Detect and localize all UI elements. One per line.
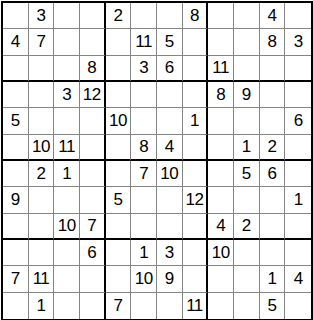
- cell-r10c4[interactable]: 6: [80, 240, 106, 266]
- cell-r2c2[interactable]: 7: [29, 29, 55, 55]
- cell-r12c5[interactable]: 7: [106, 293, 132, 319]
- cell-r6c3[interactable]: 11: [54, 135, 80, 161]
- cell-r5c9[interactable]: [208, 108, 234, 134]
- cell-r1c11[interactable]: 4: [260, 3, 286, 29]
- cell-r5c2[interactable]: [29, 108, 55, 134]
- cell-r7c7[interactable]: 10: [157, 161, 183, 187]
- cell-r7c10[interactable]: 5: [234, 161, 260, 187]
- cell-r12c4[interactable]: [80, 293, 106, 319]
- cell-r3c9[interactable]: 11: [208, 56, 234, 82]
- cell-r10c2[interactable]: [29, 240, 55, 266]
- cell-r4c9[interactable]: 8: [208, 82, 234, 108]
- cell-r10c11[interactable]: [260, 240, 286, 266]
- cell-r4c11[interactable]: [260, 82, 286, 108]
- cell-r9c3[interactable]: 10: [54, 214, 80, 240]
- cell-r1c8[interactable]: 8: [183, 3, 209, 29]
- sudoku-board: 3284471158383611312895101610118412217105…: [1, 1, 313, 320]
- cell-r9c10[interactable]: 2: [234, 214, 260, 240]
- cell-r5c11[interactable]: [260, 108, 286, 134]
- cell-r9c7[interactable]: [157, 214, 183, 240]
- cell-r12c10[interactable]: [234, 293, 260, 319]
- cell-r10c6[interactable]: 1: [131, 240, 157, 266]
- cell-r8c1[interactable]: 9: [3, 187, 29, 213]
- cell-r5c10[interactable]: [234, 108, 260, 134]
- cell-r3c4[interactable]: 8: [80, 56, 106, 82]
- cell-r5c7[interactable]: [157, 108, 183, 134]
- cell-r2c12[interactable]: 3: [285, 29, 311, 55]
- cell-r5c1[interactable]: 5: [3, 108, 29, 134]
- cell-r9c9[interactable]: 4: [208, 214, 234, 240]
- cell-r7c3[interactable]: 1: [54, 161, 80, 187]
- cell-r10c8[interactable]: [183, 240, 209, 266]
- cell-r11c2[interactable]: 11: [29, 266, 55, 292]
- cell-r7c11[interactable]: 6: [260, 161, 286, 187]
- cell-r11c10[interactable]: [234, 266, 260, 292]
- cell-r12c2[interactable]: 1: [29, 293, 55, 319]
- cell-r6c11[interactable]: 2: [260, 135, 286, 161]
- cell-r11c5[interactable]: [106, 266, 132, 292]
- cell-r12c11[interactable]: 5: [260, 293, 286, 319]
- cell-r6c6[interactable]: 8: [131, 135, 157, 161]
- cell-r7c2[interactable]: 2: [29, 161, 55, 187]
- cell-r9c1[interactable]: [3, 214, 29, 240]
- cell-r3c8[interactable]: [183, 56, 209, 82]
- cell-r4c2[interactable]: [29, 82, 55, 108]
- cell-r2c11[interactable]: 8: [260, 29, 286, 55]
- cell-r10c12[interactable]: [285, 240, 311, 266]
- cell-r1c9[interactable]: [208, 3, 234, 29]
- cell-r1c2[interactable]: 3: [29, 3, 55, 29]
- cell-r2c7[interactable]: 5: [157, 29, 183, 55]
- cell-r6c2[interactable]: 10: [29, 135, 55, 161]
- cell-r3c5[interactable]: [106, 56, 132, 82]
- cell-r7c1[interactable]: [3, 161, 29, 187]
- cell-r10c1[interactable]: [3, 240, 29, 266]
- cell-r4c8[interactable]: [183, 82, 209, 108]
- cell-r9c2[interactable]: [29, 214, 55, 240]
- cell-r6c7[interactable]: 4: [157, 135, 183, 161]
- cell-r3c7[interactable]: 6: [157, 56, 183, 82]
- cell-r8c9[interactable]: [208, 187, 234, 213]
- cell-r4c12[interactable]: [285, 82, 311, 108]
- cell-r1c6[interactable]: [131, 3, 157, 29]
- cell-r5c5[interactable]: 10: [106, 108, 132, 134]
- cell-r7c8[interactable]: [183, 161, 209, 187]
- cell-r1c4[interactable]: [80, 3, 106, 29]
- cell-r3c3[interactable]: [54, 56, 80, 82]
- cell-r4c7[interactable]: [157, 82, 183, 108]
- cell-r12c12[interactable]: [285, 293, 311, 319]
- cell-r7c6[interactable]: 7: [131, 161, 157, 187]
- cell-r11c4[interactable]: [80, 266, 106, 292]
- cell-r6c9[interactable]: [208, 135, 234, 161]
- cell-r1c10[interactable]: [234, 3, 260, 29]
- cell-r9c12[interactable]: [285, 214, 311, 240]
- cell-r8c4[interactable]: [80, 187, 106, 213]
- cell-r12c7[interactable]: [157, 293, 183, 319]
- cell-r10c7[interactable]: 3: [157, 240, 183, 266]
- cell-r2c6[interactable]: 11: [131, 29, 157, 55]
- cell-r9c5[interactable]: [106, 214, 132, 240]
- cell-r6c10[interactable]: 1: [234, 135, 260, 161]
- cell-r9c6[interactable]: [131, 214, 157, 240]
- cell-r11c7[interactable]: 9: [157, 266, 183, 292]
- cell-r7c5[interactable]: [106, 161, 132, 187]
- cell-r12c8[interactable]: 11: [183, 293, 209, 319]
- cell-r6c8[interactable]: [183, 135, 209, 161]
- cell-r9c8[interactable]: [183, 214, 209, 240]
- cell-r8c8[interactable]: 12: [183, 187, 209, 213]
- cell-r8c11[interactable]: [260, 187, 286, 213]
- cell-r3c12[interactable]: [285, 56, 311, 82]
- cell-r8c5[interactable]: 5: [106, 187, 132, 213]
- cell-r6c5[interactable]: [106, 135, 132, 161]
- cell-r2c5[interactable]: [106, 29, 132, 55]
- cell-r2c3[interactable]: [54, 29, 80, 55]
- cell-r1c5[interactable]: 2: [106, 3, 132, 29]
- cell-r11c9[interactable]: [208, 266, 234, 292]
- cell-r4c6[interactable]: [131, 82, 157, 108]
- cell-r3c6[interactable]: 3: [131, 56, 157, 82]
- cell-r1c12[interactable]: [285, 3, 311, 29]
- cell-r8c3[interactable]: [54, 187, 80, 213]
- cell-r4c5[interactable]: [106, 82, 132, 108]
- cell-r9c4[interactable]: 7: [80, 214, 106, 240]
- cell-r11c8[interactable]: [183, 266, 209, 292]
- cell-r4c3[interactable]: 3: [54, 82, 80, 108]
- cell-r10c5[interactable]: [106, 240, 132, 266]
- cell-r1c1[interactable]: [3, 3, 29, 29]
- cell-r11c11[interactable]: 1: [260, 266, 286, 292]
- cell-r4c4[interactable]: 12: [80, 82, 106, 108]
- cell-r4c1[interactable]: [3, 82, 29, 108]
- cell-r5c12[interactable]: 6: [285, 108, 311, 134]
- cell-r8c2[interactable]: [29, 187, 55, 213]
- cell-r12c6[interactable]: [131, 293, 157, 319]
- cell-r1c7[interactable]: [157, 3, 183, 29]
- cell-r3c1[interactable]: [3, 56, 29, 82]
- cell-r2c4[interactable]: [80, 29, 106, 55]
- cell-r12c3[interactable]: [54, 293, 80, 319]
- cell-r12c1[interactable]: [3, 293, 29, 319]
- cell-r12c9[interactable]: [208, 293, 234, 319]
- cell-r8c6[interactable]: [131, 187, 157, 213]
- cell-r9c11[interactable]: [260, 214, 286, 240]
- cell-r2c1[interactable]: 4: [3, 29, 29, 55]
- cell-r8c7[interactable]: [157, 187, 183, 213]
- cell-r3c11[interactable]: [260, 56, 286, 82]
- cell-r3c10[interactable]: [234, 56, 260, 82]
- cell-r6c4[interactable]: [80, 135, 106, 161]
- cell-r5c3[interactable]: [54, 108, 80, 134]
- cell-r2c10[interactable]: [234, 29, 260, 55]
- cell-r7c12[interactable]: [285, 161, 311, 187]
- cell-r1c3[interactable]: [54, 3, 80, 29]
- cell-r5c8[interactable]: 1: [183, 108, 209, 134]
- cell-r10c9[interactable]: 10: [208, 240, 234, 266]
- cell-r10c10[interactable]: [234, 240, 260, 266]
- cell-r11c12[interactable]: 4: [285, 266, 311, 292]
- cell-r5c6[interactable]: [131, 108, 157, 134]
- cell-r2c9[interactable]: [208, 29, 234, 55]
- cell-r4c10[interactable]: 9: [234, 82, 260, 108]
- cell-r3c2[interactable]: [29, 56, 55, 82]
- cell-r5c4[interactable]: [80, 108, 106, 134]
- cell-r7c9[interactable]: [208, 161, 234, 187]
- cell-r7c4[interactable]: [80, 161, 106, 187]
- cell-r8c10[interactable]: [234, 187, 260, 213]
- cell-r6c12[interactable]: [285, 135, 311, 161]
- cell-r11c1[interactable]: 7: [3, 266, 29, 292]
- cell-r2c8[interactable]: [183, 29, 209, 55]
- cell-r10c3[interactable]: [54, 240, 80, 266]
- cell-r11c3[interactable]: [54, 266, 80, 292]
- cell-r6c1[interactable]: [3, 135, 29, 161]
- cell-r8c12[interactable]: 1: [285, 187, 311, 213]
- cell-r11c6[interactable]: 10: [131, 266, 157, 292]
